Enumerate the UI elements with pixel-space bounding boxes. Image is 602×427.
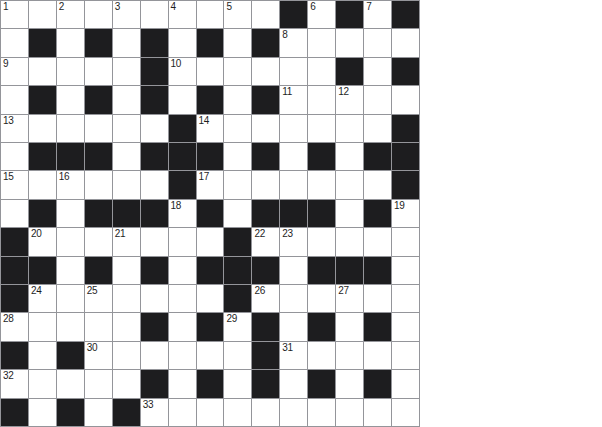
black-cell-r2c10 bbox=[252, 29, 279, 56]
black-cell-r6c15 bbox=[392, 143, 419, 170]
letter-cell-r12c11[interactable] bbox=[280, 313, 307, 340]
letter-cell-r7c10[interactable] bbox=[252, 171, 279, 198]
letter-cell-r15c8[interactable] bbox=[197, 399, 224, 426]
letter-cell-r15c13[interactable] bbox=[336, 399, 363, 426]
letter-cell-r1c7[interactable]: 4 bbox=[169, 1, 196, 28]
black-cell-r2c8 bbox=[197, 29, 224, 56]
letter-cell-r14c5[interactable] bbox=[113, 370, 140, 397]
letter-cell-r6c13[interactable] bbox=[336, 143, 363, 170]
letter-cell-r8c1[interactable] bbox=[1, 200, 28, 227]
letter-cell-r4c15[interactable] bbox=[392, 86, 419, 113]
letter-cell-r1c10[interactable] bbox=[252, 1, 279, 28]
letter-cell-r11c4[interactable]: 25 bbox=[85, 285, 112, 312]
black-cell-r14c8 bbox=[197, 370, 224, 397]
letter-cell-r2c13[interactable] bbox=[336, 29, 363, 56]
letter-cell-r10c11[interactable] bbox=[280, 257, 307, 284]
letter-cell-r14c9[interactable] bbox=[224, 370, 251, 397]
letter-cell-r1c8[interactable] bbox=[197, 1, 224, 28]
black-cell-r10c4 bbox=[85, 257, 112, 284]
letter-cell-r9c4[interactable] bbox=[85, 228, 112, 255]
black-cell-r8c2 bbox=[29, 200, 56, 227]
letter-cell-r5c2[interactable] bbox=[29, 115, 56, 142]
letter-cell-r14c11[interactable] bbox=[280, 370, 307, 397]
black-cell-r10c14 bbox=[364, 257, 391, 284]
black-cell-r1c15 bbox=[392, 1, 419, 28]
black-cell-r8c5 bbox=[113, 200, 140, 227]
letter-cell-r3c4[interactable] bbox=[85, 58, 112, 85]
clue-number-5: 5 bbox=[226, 1, 231, 13]
clue-number-29: 29 bbox=[226, 313, 237, 325]
letter-cell-r9c8[interactable] bbox=[197, 228, 224, 255]
black-cell-r15c5 bbox=[113, 399, 140, 426]
black-cell-r14c12 bbox=[308, 370, 335, 397]
clue-number-12: 12 bbox=[338, 86, 349, 98]
letter-cell-r5c5[interactable] bbox=[113, 115, 140, 142]
empty-margin bbox=[420, 0, 602, 427]
letter-cell-r12c9[interactable]: 29 bbox=[224, 313, 251, 340]
black-cell-r13c3 bbox=[57, 342, 84, 369]
letter-cell-r4c11[interactable]: 11 bbox=[280, 86, 307, 113]
letter-cell-r9c11[interactable]: 23 bbox=[280, 228, 307, 255]
letter-cell-r9c10[interactable]: 22 bbox=[252, 228, 279, 255]
letter-cell-r11c8[interactable] bbox=[197, 285, 224, 312]
black-cell-r8c14 bbox=[364, 200, 391, 227]
letter-cell-r3c9[interactable] bbox=[224, 58, 251, 85]
letter-cell-r4c3[interactable] bbox=[57, 86, 84, 113]
clue-number-6: 6 bbox=[310, 1, 315, 13]
letter-cell-r12c15[interactable] bbox=[392, 313, 419, 340]
letter-cell-r5c11[interactable] bbox=[280, 115, 307, 142]
letter-cell-r6c1[interactable] bbox=[1, 143, 28, 170]
letter-cell-r15c9[interactable] bbox=[224, 399, 251, 426]
letter-cell-r13c12[interactable] bbox=[308, 342, 335, 369]
letter-cell-r15c10[interactable] bbox=[252, 399, 279, 426]
letter-cell-r10c15[interactable] bbox=[392, 257, 419, 284]
letter-cell-r15c4[interactable] bbox=[85, 399, 112, 426]
letter-cell-r3c8[interactable] bbox=[197, 58, 224, 85]
letter-cell-r13c9[interactable] bbox=[224, 342, 251, 369]
black-cell-r12c14 bbox=[364, 313, 391, 340]
clue-number-2: 2 bbox=[59, 1, 64, 13]
black-cell-r15c3 bbox=[57, 399, 84, 426]
clue-number-10: 10 bbox=[171, 58, 182, 70]
letter-cell-r12c1[interactable]: 28 bbox=[1, 313, 28, 340]
clue-number-27: 27 bbox=[338, 285, 349, 297]
letter-cell-r14c2[interactable] bbox=[29, 370, 56, 397]
letter-cell-r7c3[interactable]: 16 bbox=[57, 171, 84, 198]
clue-number-20: 20 bbox=[31, 228, 42, 240]
clue-number-26: 26 bbox=[254, 285, 265, 297]
clue-number-18: 18 bbox=[171, 200, 182, 212]
black-cell-r14c10 bbox=[252, 370, 279, 397]
letter-cell-r13c15[interactable] bbox=[392, 342, 419, 369]
letter-cell-r14c7[interactable] bbox=[169, 370, 196, 397]
black-cell-r12c8 bbox=[197, 313, 224, 340]
letter-cell-r7c4[interactable] bbox=[85, 171, 112, 198]
letter-cell-r11c14[interactable] bbox=[364, 285, 391, 312]
letter-cell-r9c15[interactable] bbox=[392, 228, 419, 255]
letter-cell-r7c2[interactable] bbox=[29, 171, 56, 198]
letter-cell-r11c15[interactable] bbox=[392, 285, 419, 312]
letter-cell-r3c10[interactable] bbox=[252, 58, 279, 85]
black-cell-r8c6 bbox=[141, 200, 168, 227]
clue-number-33: 33 bbox=[143, 399, 154, 411]
letter-cell-r13c7[interactable] bbox=[169, 342, 196, 369]
letter-cell-r3c12[interactable] bbox=[308, 58, 335, 85]
letter-cell-r11c3[interactable] bbox=[57, 285, 84, 312]
letter-cell-r14c15[interactable] bbox=[392, 370, 419, 397]
letter-cell-r14c3[interactable] bbox=[57, 370, 84, 397]
black-cell-r10c13 bbox=[336, 257, 363, 284]
black-cell-r5c15 bbox=[392, 115, 419, 142]
letter-cell-r11c7[interactable] bbox=[169, 285, 196, 312]
letter-cell-r12c2[interactable] bbox=[29, 313, 56, 340]
clue-number-19: 19 bbox=[394, 200, 405, 212]
black-cell-r14c6 bbox=[141, 370, 168, 397]
letter-cell-r4c5[interactable] bbox=[113, 86, 140, 113]
letter-cell-r4c14[interactable] bbox=[364, 86, 391, 113]
letter-cell-r12c13[interactable] bbox=[336, 313, 363, 340]
clue-number-7: 7 bbox=[366, 1, 371, 13]
black-cell-r13c1 bbox=[1, 342, 28, 369]
black-cell-r11c1 bbox=[1, 285, 28, 312]
clue-number-22: 22 bbox=[254, 228, 265, 240]
letter-cell-r8c15[interactable]: 19 bbox=[392, 200, 419, 227]
letter-cell-r7c8[interactable]: 17 bbox=[197, 171, 224, 198]
clue-number-15: 15 bbox=[3, 171, 14, 183]
clue-number-24: 24 bbox=[31, 285, 42, 297]
letter-cell-r1c1[interactable]: 1 bbox=[1, 1, 28, 28]
letter-cell-r4c7[interactable] bbox=[169, 86, 196, 113]
letter-cell-r1c2[interactable] bbox=[29, 1, 56, 28]
black-cell-r4c6 bbox=[141, 86, 168, 113]
letter-cell-r9c13[interactable] bbox=[336, 228, 363, 255]
letter-cell-r9c5[interactable]: 21 bbox=[113, 228, 140, 255]
letter-cell-r2c15[interactable] bbox=[392, 29, 419, 56]
black-cell-r12c6 bbox=[141, 313, 168, 340]
letter-cell-r13c6[interactable] bbox=[141, 342, 168, 369]
letter-cell-r1c5[interactable]: 3 bbox=[113, 1, 140, 28]
clue-number-8: 8 bbox=[282, 29, 287, 41]
black-cell-r1c13 bbox=[336, 1, 363, 28]
letter-cell-r1c4[interactable] bbox=[85, 1, 112, 28]
letter-cell-r14c4[interactable] bbox=[85, 370, 112, 397]
letter-cell-r2c7[interactable] bbox=[169, 29, 196, 56]
letter-cell-r4c9[interactable] bbox=[224, 86, 251, 113]
letter-cell-r13c14[interactable] bbox=[364, 342, 391, 369]
black-cell-r3c6 bbox=[141, 58, 168, 85]
black-cell-r4c10 bbox=[252, 86, 279, 113]
letter-cell-r5c6[interactable] bbox=[141, 115, 168, 142]
letter-cell-r15c14[interactable] bbox=[364, 399, 391, 426]
letter-cell-r7c14[interactable] bbox=[364, 171, 391, 198]
letter-cell-r13c4[interactable]: 30 bbox=[85, 342, 112, 369]
clue-number-21: 21 bbox=[115, 228, 126, 240]
letter-cell-r5c1[interactable]: 13 bbox=[1, 115, 28, 142]
black-cell-r6c4 bbox=[85, 143, 112, 170]
black-cell-r9c1 bbox=[1, 228, 28, 255]
letter-cell-r10c5[interactable] bbox=[113, 257, 140, 284]
black-cell-r3c15 bbox=[392, 58, 419, 85]
clue-number-16: 16 bbox=[59, 171, 70, 183]
letter-cell-r13c8[interactable] bbox=[197, 342, 224, 369]
letter-cell-r12c4[interactable] bbox=[85, 313, 112, 340]
letter-cell-r2c11[interactable]: 8 bbox=[280, 29, 307, 56]
clue-number-1: 1 bbox=[3, 1, 8, 13]
black-cell-r8c10 bbox=[252, 200, 279, 227]
letter-cell-r3c2[interactable] bbox=[29, 58, 56, 85]
letter-cell-r11c12[interactable] bbox=[308, 285, 335, 312]
letter-cell-r8c13[interactable] bbox=[336, 200, 363, 227]
black-cell-r6c14 bbox=[364, 143, 391, 170]
letter-cell-r7c6[interactable] bbox=[141, 171, 168, 198]
black-cell-r10c10 bbox=[252, 257, 279, 284]
letter-cell-r13c11[interactable]: 31 bbox=[280, 342, 307, 369]
black-cell-r8c12 bbox=[308, 200, 335, 227]
letter-cell-r6c5[interactable] bbox=[113, 143, 140, 170]
letter-cell-r9c7[interactable] bbox=[169, 228, 196, 255]
letter-cell-r4c12[interactable] bbox=[308, 86, 335, 113]
letter-cell-r2c9[interactable] bbox=[224, 29, 251, 56]
black-cell-r7c7 bbox=[169, 171, 196, 198]
letter-cell-r5c10[interactable] bbox=[252, 115, 279, 142]
black-cell-r10c2 bbox=[29, 257, 56, 284]
letter-cell-r15c2[interactable] bbox=[29, 399, 56, 426]
letter-cell-r1c14[interactable]: 7 bbox=[364, 1, 391, 28]
letter-cell-r9c14[interactable] bbox=[364, 228, 391, 255]
letter-cell-r9c6[interactable] bbox=[141, 228, 168, 255]
black-cell-r10c1 bbox=[1, 257, 28, 284]
letter-cell-r2c5[interactable] bbox=[113, 29, 140, 56]
letter-cell-r13c13[interactable] bbox=[336, 342, 363, 369]
letter-cell-r12c3[interactable] bbox=[57, 313, 84, 340]
clue-number-14: 14 bbox=[199, 115, 210, 127]
letter-cell-r12c7[interactable] bbox=[169, 313, 196, 340]
black-cell-r13c10 bbox=[252, 342, 279, 369]
clue-number-17: 17 bbox=[199, 171, 210, 183]
black-cell-r6c7 bbox=[169, 143, 196, 170]
letter-cell-r7c9[interactable] bbox=[224, 171, 251, 198]
letter-cell-r7c11[interactable] bbox=[280, 171, 307, 198]
letter-cell-r9c3[interactable] bbox=[57, 228, 84, 255]
letter-cell-r15c11[interactable] bbox=[280, 399, 307, 426]
clue-number-23: 23 bbox=[282, 228, 293, 240]
letter-cell-r5c12[interactable] bbox=[308, 115, 335, 142]
black-cell-r6c10 bbox=[252, 143, 279, 170]
black-cell-r10c12 bbox=[308, 257, 335, 284]
crossword-grid: 1234567891011121314151617181920212223242… bbox=[0, 0, 420, 427]
letter-cell-r4c1[interactable] bbox=[1, 86, 28, 113]
black-cell-r3c13 bbox=[336, 58, 363, 85]
clue-number-32: 32 bbox=[3, 370, 14, 382]
clue-number-4: 4 bbox=[171, 1, 176, 13]
black-cell-r8c4 bbox=[85, 200, 112, 227]
black-cell-r10c6 bbox=[141, 257, 168, 284]
black-cell-r9c9 bbox=[224, 228, 251, 255]
letter-cell-r13c2[interactable] bbox=[29, 342, 56, 369]
black-cell-r4c2 bbox=[29, 86, 56, 113]
black-cell-r4c8 bbox=[197, 86, 224, 113]
black-cell-r6c12 bbox=[308, 143, 335, 170]
black-cell-r6c3 bbox=[57, 143, 84, 170]
black-cell-r6c6 bbox=[141, 143, 168, 170]
black-cell-r10c8 bbox=[197, 257, 224, 284]
letter-cell-r5c3[interactable] bbox=[57, 115, 84, 142]
letter-cell-r1c12[interactable]: 6 bbox=[308, 1, 335, 28]
clue-number-25: 25 bbox=[87, 285, 98, 297]
black-cell-r5c7 bbox=[169, 115, 196, 142]
letter-cell-r1c3[interactable]: 2 bbox=[57, 1, 84, 28]
letter-cell-r13c5[interactable] bbox=[113, 342, 140, 369]
letter-cell-r2c3[interactable] bbox=[57, 29, 84, 56]
letter-cell-r2c1[interactable] bbox=[1, 29, 28, 56]
letter-cell-r15c15[interactable] bbox=[392, 399, 419, 426]
letter-cell-r10c3[interactable] bbox=[57, 257, 84, 284]
black-cell-r15c1 bbox=[1, 399, 28, 426]
letter-cell-r5c9[interactable] bbox=[224, 115, 251, 142]
letter-cell-r3c14[interactable] bbox=[364, 58, 391, 85]
clue-number-11: 11 bbox=[282, 86, 292, 98]
letter-cell-r15c7[interactable] bbox=[169, 399, 196, 426]
letter-cell-r11c10[interactable]: 26 bbox=[252, 285, 279, 312]
letter-cell-r14c13[interactable] bbox=[336, 370, 363, 397]
black-cell-r7c15 bbox=[392, 171, 419, 198]
black-cell-r8c11 bbox=[280, 200, 307, 227]
letter-cell-r1c9[interactable]: 5 bbox=[224, 1, 251, 28]
letter-cell-r2c14[interactable] bbox=[364, 29, 391, 56]
letter-cell-r10c7[interactable] bbox=[169, 257, 196, 284]
letter-cell-r3c5[interactable] bbox=[113, 58, 140, 85]
letter-cell-r12c5[interactable] bbox=[113, 313, 140, 340]
black-cell-r4c4 bbox=[85, 86, 112, 113]
clue-number-13: 13 bbox=[3, 115, 14, 127]
clue-number-30: 30 bbox=[87, 342, 98, 354]
crossword-page: 1234567891011121314151617181920212223242… bbox=[0, 0, 602, 427]
letter-cell-r1c6[interactable] bbox=[141, 1, 168, 28]
black-cell-r1c11 bbox=[280, 1, 307, 28]
black-cell-r11c9 bbox=[224, 285, 251, 312]
black-cell-r2c6 bbox=[141, 29, 168, 56]
black-cell-r12c10 bbox=[252, 313, 279, 340]
black-cell-r12c12 bbox=[308, 313, 335, 340]
letter-cell-r3c3[interactable] bbox=[57, 58, 84, 85]
letter-cell-r3c7[interactable]: 10 bbox=[169, 58, 196, 85]
letter-cell-r11c5[interactable] bbox=[113, 285, 140, 312]
letter-cell-r11c6[interactable] bbox=[141, 285, 168, 312]
letter-cell-r14c1[interactable]: 32 bbox=[1, 370, 28, 397]
letter-cell-r5c14[interactable] bbox=[364, 115, 391, 142]
letter-cell-r4c13[interactable]: 12 bbox=[336, 86, 363, 113]
letter-cell-r11c13[interactable]: 27 bbox=[336, 285, 363, 312]
letter-cell-r11c11[interactable] bbox=[280, 285, 307, 312]
letter-cell-r5c4[interactable] bbox=[85, 115, 112, 142]
letter-cell-r3c11[interactable] bbox=[280, 58, 307, 85]
letter-cell-r9c12[interactable] bbox=[308, 228, 335, 255]
black-cell-r14c14 bbox=[364, 370, 391, 397]
letter-cell-r9c2[interactable]: 20 bbox=[29, 228, 56, 255]
letter-cell-r3c1[interactable]: 9 bbox=[1, 58, 28, 85]
clue-number-3: 3 bbox=[115, 1, 120, 13]
letter-cell-r15c12[interactable] bbox=[308, 399, 335, 426]
letter-cell-r5c8[interactable]: 14 bbox=[197, 115, 224, 142]
black-cell-r2c4 bbox=[85, 29, 112, 56]
letter-cell-r5c13[interactable] bbox=[336, 115, 363, 142]
letter-cell-r8c3[interactable] bbox=[57, 200, 84, 227]
clue-number-28: 28 bbox=[3, 313, 14, 325]
black-cell-r6c8 bbox=[197, 143, 224, 170]
letter-cell-r11c2[interactable]: 24 bbox=[29, 285, 56, 312]
letter-cell-r6c9[interactable] bbox=[224, 143, 251, 170]
letter-cell-r7c12[interactable] bbox=[308, 171, 335, 198]
letter-cell-r7c5[interactable] bbox=[113, 171, 140, 198]
letter-cell-r7c13[interactable] bbox=[336, 171, 363, 198]
black-cell-r10c9 bbox=[224, 257, 251, 284]
black-cell-r8c8 bbox=[197, 200, 224, 227]
black-cell-r6c2 bbox=[29, 143, 56, 170]
letter-cell-r6c11[interactable] bbox=[280, 143, 307, 170]
clue-number-31: 31 bbox=[282, 342, 293, 354]
letter-cell-r2c12[interactable] bbox=[308, 29, 335, 56]
letter-cell-r7c1[interactable]: 15 bbox=[1, 171, 28, 198]
black-cell-r2c2 bbox=[29, 29, 56, 56]
letter-cell-r8c7[interactable]: 18 bbox=[169, 200, 196, 227]
clue-number-9: 9 bbox=[3, 58, 8, 70]
letter-cell-r8c9[interactable] bbox=[224, 200, 251, 227]
letter-cell-r15c6[interactable]: 33 bbox=[141, 399, 168, 426]
